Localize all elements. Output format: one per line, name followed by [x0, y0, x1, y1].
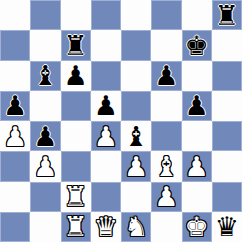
square-f2[interactable]: ♟	[151, 182, 181, 212]
square-b6[interactable]: ♝	[30, 61, 60, 91]
square-h5[interactable]	[212, 91, 242, 121]
square-b4[interactable]: ♟	[30, 121, 60, 151]
chess-board: ♜♜♚♝♟♟♟♟♟♟♟♟♝♟♟♝♟♜♟♜♛♞♚♛	[0, 0, 242, 242]
square-e6[interactable]	[121, 61, 151, 91]
square-h2[interactable]	[212, 182, 242, 212]
square-g8[interactable]	[182, 0, 212, 30]
square-a1[interactable]	[0, 212, 30, 242]
square-b8[interactable]	[30, 0, 60, 30]
square-b7[interactable]	[30, 30, 60, 60]
square-a6[interactable]	[0, 61, 30, 91]
square-c2[interactable]: ♜	[61, 182, 91, 212]
square-c3[interactable]	[61, 151, 91, 181]
square-g3[interactable]: ♟	[182, 151, 212, 181]
square-e1[interactable]: ♞	[121, 212, 151, 242]
square-f1[interactable]	[151, 212, 181, 242]
square-d1[interactable]: ♛	[91, 212, 121, 242]
square-f5[interactable]	[151, 91, 181, 121]
square-g4[interactable]	[182, 121, 212, 151]
square-g2[interactable]	[182, 182, 212, 212]
square-b2[interactable]	[30, 182, 60, 212]
square-e4[interactable]: ♝	[121, 121, 151, 151]
square-a3[interactable]	[0, 151, 30, 181]
white-rook: ♜	[64, 213, 88, 240]
square-b3[interactable]: ♟	[30, 151, 60, 181]
square-a7[interactable]	[0, 30, 30, 60]
square-e5[interactable]	[121, 91, 151, 121]
square-d3[interactable]	[91, 151, 121, 181]
black-bishop: ♝	[33, 62, 57, 89]
square-f4[interactable]	[151, 121, 181, 151]
black-bishop: ♝	[124, 123, 148, 150]
square-c7[interactable]: ♜	[61, 30, 91, 60]
square-h3[interactable]	[212, 151, 242, 181]
black-rook: ♜	[215, 2, 239, 29]
white-pawn: ♟	[3, 123, 27, 150]
square-e7[interactable]	[121, 30, 151, 60]
square-a2[interactable]	[0, 182, 30, 212]
white-pawn: ♟	[154, 183, 178, 210]
black-pawn: ♟	[185, 92, 209, 119]
square-h4[interactable]	[212, 121, 242, 151]
square-c5[interactable]	[61, 91, 91, 121]
square-g6[interactable]	[182, 61, 212, 91]
square-a5[interactable]: ♟	[0, 91, 30, 121]
white-queen: ♛	[94, 213, 118, 240]
white-bishop: ♝	[154, 153, 178, 180]
white-king: ♚	[185, 213, 209, 240]
square-h1[interactable]: ♛	[212, 212, 242, 242]
white-knight: ♞	[124, 213, 148, 240]
square-g5[interactable]: ♟	[182, 91, 212, 121]
square-h8[interactable]: ♜	[212, 0, 242, 30]
white-pawn: ♟	[33, 153, 57, 180]
square-f8[interactable]	[151, 0, 181, 30]
square-d5[interactable]: ♟	[91, 91, 121, 121]
black-pawn: ♟	[64, 62, 88, 89]
black-king: ♚	[185, 32, 209, 59]
square-c8[interactable]	[61, 0, 91, 30]
square-h6[interactable]	[212, 61, 242, 91]
square-h7[interactable]	[212, 30, 242, 60]
white-pawn: ♟	[185, 153, 209, 180]
square-c1[interactable]: ♜	[61, 212, 91, 242]
square-c4[interactable]	[61, 121, 91, 151]
white-rook: ♜	[64, 183, 88, 210]
square-f3[interactable]: ♝	[151, 151, 181, 181]
square-d2[interactable]	[91, 182, 121, 212]
square-e2[interactable]	[121, 182, 151, 212]
square-e8[interactable]	[121, 0, 151, 30]
square-c6[interactable]: ♟	[61, 61, 91, 91]
square-a4[interactable]: ♟	[0, 121, 30, 151]
square-g1[interactable]: ♚	[182, 212, 212, 242]
square-g7[interactable]: ♚	[182, 30, 212, 60]
square-d4[interactable]: ♟	[91, 121, 121, 151]
black-pawn: ♟	[154, 62, 178, 89]
white-pawn: ♟	[124, 153, 148, 180]
square-f7[interactable]	[151, 30, 181, 60]
square-e3[interactable]: ♟	[121, 151, 151, 181]
black-pawn: ♟	[94, 92, 118, 119]
black-pawn: ♟	[3, 92, 27, 119]
white-pawn: ♟	[94, 123, 118, 150]
square-b1[interactable]	[30, 212, 60, 242]
square-b5[interactable]	[30, 91, 60, 121]
black-pawn: ♟	[33, 123, 57, 150]
black-queen: ♛	[215, 213, 239, 240]
square-d7[interactable]	[91, 30, 121, 60]
square-a8[interactable]	[0, 0, 30, 30]
square-d6[interactable]	[91, 61, 121, 91]
black-rook: ♜	[64, 32, 88, 59]
square-f6[interactable]: ♟	[151, 61, 181, 91]
square-d8[interactable]	[91, 0, 121, 30]
